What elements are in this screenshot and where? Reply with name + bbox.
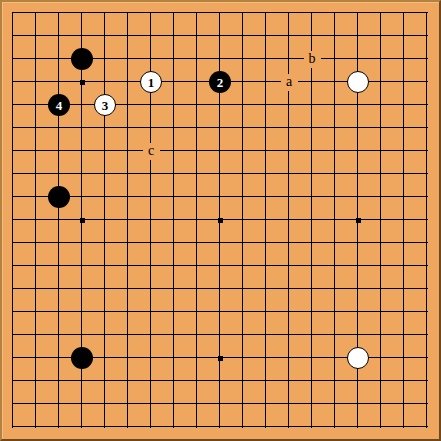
stone-black-C15: 4	[48, 94, 70, 116]
stone-black-C11	[48, 186, 70, 208]
stone-white-Q4	[347, 347, 369, 369]
star-point	[80, 218, 85, 223]
move-number: 2	[217, 76, 224, 89]
stone-black-D4	[71, 347, 93, 369]
stone-white-Q16	[347, 71, 369, 93]
label-b: b	[304, 51, 321, 68]
star-point	[356, 218, 361, 223]
move-number: 1	[148, 76, 155, 89]
go-board: abc1243	[0, 0, 441, 441]
stone-white-E15: 3	[94, 94, 116, 116]
stone-white-G16: 1	[140, 71, 162, 93]
star-point	[218, 218, 223, 223]
move-number: 3	[102, 99, 109, 112]
label-c: c	[143, 143, 160, 160]
star-point	[80, 80, 85, 85]
stone-black-D17	[71, 48, 93, 70]
star-point	[218, 356, 223, 361]
stone-black-K16: 2	[209, 71, 231, 93]
label-a: a	[281, 74, 298, 91]
move-number: 4	[56, 99, 63, 112]
